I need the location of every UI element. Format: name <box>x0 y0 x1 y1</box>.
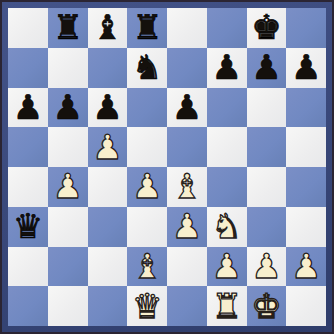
square-f5[interactable] <box>207 127 247 167</box>
piece-white-pawn-h2[interactable]: ♟ <box>291 247 321 286</box>
piece-black-pawn-e6[interactable]: ♟ <box>172 88 202 127</box>
square-e5[interactable] <box>167 127 207 167</box>
piece-white-rook-f1[interactable]: ♜ <box>211 287 241 326</box>
square-e4[interactable]: ♝ <box>167 167 207 207</box>
square-b1[interactable] <box>48 286 88 326</box>
square-h1[interactable] <box>286 286 326 326</box>
piece-black-pawn-g7[interactable]: ♟ <box>251 48 281 87</box>
piece-black-king-g8[interactable]: ♚ <box>251 8 281 47</box>
square-c6[interactable]: ♟ <box>88 88 128 128</box>
piece-white-pawn-e3[interactable]: ♟ <box>172 207 202 246</box>
square-f3[interactable]: ♞ <box>207 207 247 247</box>
square-f1[interactable]: ♜ <box>207 286 247 326</box>
square-d7[interactable]: ♞ <box>127 48 167 88</box>
square-g8[interactable]: ♚ <box>247 8 287 48</box>
square-c3[interactable] <box>88 207 128 247</box>
square-d1[interactable]: ♛ <box>127 286 167 326</box>
square-a7[interactable] <box>8 48 48 88</box>
square-h6[interactable] <box>286 88 326 128</box>
piece-white-bishop-e4[interactable]: ♝ <box>172 167 202 206</box>
square-h3[interactable] <box>286 207 326 247</box>
piece-white-pawn-c5[interactable]: ♟ <box>92 128 122 167</box>
piece-white-pawn-f2[interactable]: ♟ <box>211 247 241 286</box>
piece-white-king-g1[interactable]: ♚ <box>251 287 281 326</box>
square-e8[interactable] <box>167 8 207 48</box>
square-a3[interactable]: ♛ <box>8 207 48 247</box>
piece-black-pawn-c6[interactable]: ♟ <box>92 88 122 127</box>
square-c4[interactable] <box>88 167 128 207</box>
piece-black-pawn-b6[interactable]: ♟ <box>52 88 82 127</box>
piece-white-queen-d1[interactable]: ♛ <box>132 287 162 326</box>
piece-black-queen-a3[interactable]: ♛ <box>13 207 43 246</box>
square-d8[interactable]: ♜ <box>127 8 167 48</box>
chess-board: ♜♝♜♚♞♟♟♟♟♟♟♟♟♟♟♝♛♟♞♝♟♟♟♛♜♚ <box>8 8 326 326</box>
piece-white-pawn-g2[interactable]: ♟ <box>251 247 281 286</box>
square-b4[interactable]: ♟ <box>48 167 88 207</box>
square-d5[interactable] <box>127 127 167 167</box>
square-b2[interactable] <box>48 247 88 287</box>
square-a2[interactable] <box>8 247 48 287</box>
square-b8[interactable]: ♜ <box>48 8 88 48</box>
square-d4[interactable]: ♟ <box>127 167 167 207</box>
square-b5[interactable] <box>48 127 88 167</box>
square-g7[interactable]: ♟ <box>247 48 287 88</box>
piece-white-pawn-b4[interactable]: ♟ <box>52 167 82 206</box>
square-h5[interactable] <box>286 127 326 167</box>
square-g2[interactable]: ♟ <box>247 247 287 287</box>
square-h2[interactable]: ♟ <box>286 247 326 287</box>
square-e3[interactable]: ♟ <box>167 207 207 247</box>
square-a5[interactable] <box>8 127 48 167</box>
square-h7[interactable]: ♟ <box>286 48 326 88</box>
square-f7[interactable]: ♟ <box>207 48 247 88</box>
piece-black-knight-d7[interactable]: ♞ <box>132 48 162 87</box>
piece-black-pawn-a6[interactable]: ♟ <box>13 88 43 127</box>
square-c8[interactable]: ♝ <box>88 8 128 48</box>
square-g3[interactable] <box>247 207 287 247</box>
square-g4[interactable] <box>247 167 287 207</box>
square-a4[interactable] <box>8 167 48 207</box>
square-f8[interactable] <box>207 8 247 48</box>
square-d2[interactable]: ♝ <box>127 247 167 287</box>
square-h8[interactable] <box>286 8 326 48</box>
piece-black-bishop-c8[interactable]: ♝ <box>92 8 122 47</box>
square-c2[interactable] <box>88 247 128 287</box>
square-a1[interactable] <box>8 286 48 326</box>
board-frame: ♜♝♜♚♞♟♟♟♟♟♟♟♟♟♟♝♛♟♞♝♟♟♟♛♜♚ <box>0 0 334 334</box>
square-b3[interactable] <box>48 207 88 247</box>
piece-black-rook-d8[interactable]: ♜ <box>132 8 162 47</box>
piece-black-pawn-h7[interactable]: ♟ <box>291 48 321 87</box>
square-c5[interactable]: ♟ <box>88 127 128 167</box>
piece-black-pawn-f7[interactable]: ♟ <box>211 48 241 87</box>
square-h4[interactable] <box>286 167 326 207</box>
square-c7[interactable] <box>88 48 128 88</box>
square-f2[interactable]: ♟ <box>207 247 247 287</box>
piece-black-rook-b8[interactable]: ♜ <box>52 8 82 47</box>
square-b6[interactable]: ♟ <box>48 88 88 128</box>
square-b7[interactable] <box>48 48 88 88</box>
square-d3[interactable] <box>127 207 167 247</box>
piece-white-bishop-d2[interactable]: ♝ <box>132 247 162 286</box>
square-g6[interactable] <box>247 88 287 128</box>
square-e2[interactable] <box>167 247 207 287</box>
piece-white-pawn-d4[interactable]: ♟ <box>132 167 162 206</box>
square-e1[interactable] <box>167 286 207 326</box>
square-a8[interactable] <box>8 8 48 48</box>
square-c1[interactable] <box>88 286 128 326</box>
square-d6[interactable] <box>127 88 167 128</box>
square-f6[interactable] <box>207 88 247 128</box>
square-e6[interactable]: ♟ <box>167 88 207 128</box>
piece-white-knight-f3[interactable]: ♞ <box>211 207 241 246</box>
square-g1[interactable]: ♚ <box>247 286 287 326</box>
square-g5[interactable] <box>247 127 287 167</box>
square-f4[interactable] <box>207 167 247 207</box>
square-a6[interactable]: ♟ <box>8 88 48 128</box>
square-e7[interactable] <box>167 48 207 88</box>
